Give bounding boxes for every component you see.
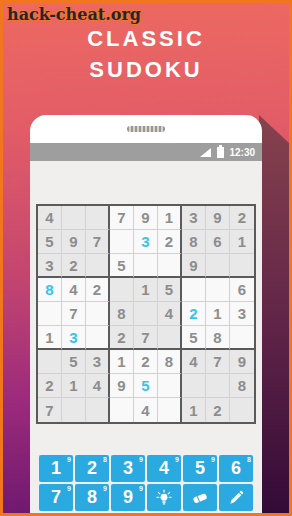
cell-r4c8[interactable] <box>206 278 230 302</box>
cell-r6c9[interactable] <box>230 326 254 350</box>
cell-r5c5[interactable] <box>134 302 158 326</box>
app-title-line2: SUDOKU <box>3 54 289 85</box>
cell-r8c3[interactable]: 4 <box>86 374 110 398</box>
cell-r6c2[interactable]: 3 <box>62 326 86 350</box>
cell-r8c1[interactable]: 2 <box>38 374 62 398</box>
cell-r7c5[interactable]: 2 <box>134 350 158 374</box>
app-screen: 4791392597328613259842156784213132758531… <box>30 161 262 513</box>
cell-r3c5[interactable] <box>134 254 158 278</box>
cell-r9c4[interactable] <box>110 398 134 422</box>
phone-mockup: 12:30 4791392597328613259842156784213132… <box>30 115 262 513</box>
cell-r4c9[interactable]: 6 <box>230 278 254 302</box>
cell-r5c2[interactable]: 7 <box>62 302 86 326</box>
cell-r9c3[interactable] <box>86 398 110 422</box>
cell-r9c2[interactable] <box>62 398 86 422</box>
speaker-grille <box>127 126 165 132</box>
pad-badge: 9 <box>67 456 71 463</box>
cell-r9c5[interactable]: 4 <box>134 398 158 422</box>
cell-r3c2[interactable]: 2 <box>62 254 86 278</box>
cell-r2c1[interactable]: 5 <box>38 230 62 254</box>
pencil-button[interactable] <box>219 484 253 511</box>
cell-r8c5[interactable]: 5 <box>134 374 158 398</box>
cell-r6c4[interactable]: 2 <box>110 326 134 350</box>
promo-frame: hack-cheat.org CLASSIC SUDOKU 12:30 4791… <box>0 0 292 516</box>
cell-r5c4[interactable]: 8 <box>110 302 134 326</box>
status-bar: 12:30 <box>30 143 262 161</box>
cell-r8c7[interactable] <box>182 374 206 398</box>
hint-lightbulb-icon <box>155 489 173 507</box>
pad-button-7[interactable]: 79 <box>39 484 73 511</box>
app-title: CLASSIC SUDOKU <box>3 23 289 85</box>
eraser-icon <box>191 489 209 507</box>
cell-r2c7[interactable]: 8 <box>182 230 206 254</box>
app-title-line1: CLASSIC <box>3 23 289 54</box>
cell-r9c9[interactable] <box>230 398 254 422</box>
cell-r7c7[interactable]: 4 <box>182 350 206 374</box>
cell-r7c3[interactable]: 3 <box>86 350 110 374</box>
pencil-icon <box>227 489 245 507</box>
cell-r8c6[interactable] <box>158 374 182 398</box>
cell-r5c1[interactable] <box>38 302 62 326</box>
cell-r2c2[interactable]: 9 <box>62 230 86 254</box>
phone-long-shadow <box>259 115 289 513</box>
cell-r7c6[interactable]: 8 <box>158 350 182 374</box>
pad-button-5[interactable]: 59 <box>183 455 217 482</box>
cell-r6c6[interactable] <box>158 326 182 350</box>
signal-icon <box>200 148 211 157</box>
cell-r7c8[interactable]: 7 <box>206 350 230 374</box>
battery-icon <box>217 147 224 158</box>
cell-r3c7[interactable]: 9 <box>182 254 206 278</box>
pad-badge: 9 <box>103 485 107 492</box>
cell-r3c3[interactable] <box>86 254 110 278</box>
cell-r4c4[interactable] <box>110 278 134 302</box>
pad-button-3[interactable]: 39 <box>111 455 145 482</box>
cell-r2c5[interactable]: 3 <box>134 230 158 254</box>
cell-r9c8[interactable]: 2 <box>206 398 230 422</box>
hint-lightbulb-button[interactable] <box>147 484 181 511</box>
cell-r8c9[interactable]: 8 <box>230 374 254 398</box>
cell-r1c9[interactable]: 2 <box>230 206 254 230</box>
cell-r2c3[interactable]: 7 <box>86 230 110 254</box>
cell-r1c7[interactable]: 3 <box>182 206 206 230</box>
cell-r6c3[interactable] <box>86 326 110 350</box>
cell-r4c2[interactable]: 4 <box>62 278 86 302</box>
pad-button-9[interactable]: 99 <box>111 484 145 511</box>
cell-r3c4[interactable]: 5 <box>110 254 134 278</box>
cell-r1c6[interactable]: 1 <box>158 206 182 230</box>
cell-r1c5[interactable]: 9 <box>134 206 158 230</box>
cell-r1c3[interactable] <box>86 206 110 230</box>
sudoku-grid: 4791392597328613259842156784213132758531… <box>36 204 256 424</box>
cell-r3c1[interactable]: 3 <box>38 254 62 278</box>
cell-r5c8[interactable]: 1 <box>206 302 230 326</box>
eraser-button[interactable] <box>183 484 217 511</box>
cell-r2c6[interactable]: 2 <box>158 230 182 254</box>
watermark: hack-cheat.org <box>7 5 141 24</box>
status-time: 12:30 <box>229 147 255 158</box>
pad-badge: 8 <box>247 456 251 463</box>
cell-r4c6[interactable]: 5 <box>158 278 182 302</box>
pad-badge: 9 <box>175 456 179 463</box>
cell-r4c5[interactable]: 1 <box>134 278 158 302</box>
number-pad: 192839495968798999 <box>39 455 253 511</box>
pad-button-6[interactable]: 68 <box>219 455 253 482</box>
cell-r3c6[interactable] <box>158 254 182 278</box>
cell-r5c6[interactable]: 4 <box>158 302 182 326</box>
pad-badge: 9 <box>211 456 215 463</box>
pad-badge: 9 <box>139 485 143 492</box>
cell-r2c8[interactable]: 6 <box>206 230 230 254</box>
cell-r6c5[interactable]: 7 <box>134 326 158 350</box>
pad-button-2[interactable]: 28 <box>75 455 109 482</box>
cell-r5c3[interactable] <box>86 302 110 326</box>
pad-badge: 8 <box>103 456 107 463</box>
cell-r1c8[interactable]: 9 <box>206 206 230 230</box>
cell-r1c2[interactable] <box>62 206 86 230</box>
cell-r7c2[interactable]: 5 <box>62 350 86 374</box>
cell-r7c1[interactable] <box>38 350 62 374</box>
cell-r1c4[interactable]: 7 <box>110 206 134 230</box>
cell-r9c1[interactable]: 7 <box>38 398 62 422</box>
cell-r2c9[interactable]: 1 <box>230 230 254 254</box>
cell-r6c1[interactable]: 1 <box>38 326 62 350</box>
cell-r8c8[interactable] <box>206 374 230 398</box>
cell-r2c4[interactable] <box>110 230 134 254</box>
cell-r4c7[interactable] <box>182 278 206 302</box>
cell-r3c9[interactable] <box>230 254 254 278</box>
cell-r5c7[interactable]: 2 <box>182 302 206 326</box>
cell-r8c2[interactable]: 1 <box>62 374 86 398</box>
cell-r1c1[interactable]: 4 <box>38 206 62 230</box>
cell-r4c3[interactable]: 2 <box>86 278 110 302</box>
cell-r7c9[interactable]: 9 <box>230 350 254 374</box>
cell-r9c6[interactable] <box>158 398 182 422</box>
phone-speaker-area <box>30 115 262 143</box>
cell-r8c4[interactable]: 9 <box>110 374 134 398</box>
cell-r4c1[interactable]: 8 <box>38 278 62 302</box>
pad-button-1[interactable]: 19 <box>39 455 73 482</box>
cell-r7c4[interactable]: 1 <box>110 350 134 374</box>
cell-r5c9[interactable]: 3 <box>230 302 254 326</box>
cell-r3c8[interactable] <box>206 254 230 278</box>
cell-r9c7[interactable]: 1 <box>182 398 206 422</box>
pad-badge: 9 <box>139 456 143 463</box>
pad-button-4[interactable]: 49 <box>147 455 181 482</box>
cell-r6c8[interactable]: 8 <box>206 326 230 350</box>
pad-button-8[interactable]: 89 <box>75 484 109 511</box>
pad-badge: 9 <box>67 485 71 492</box>
cell-r6c7[interactable]: 5 <box>182 326 206 350</box>
